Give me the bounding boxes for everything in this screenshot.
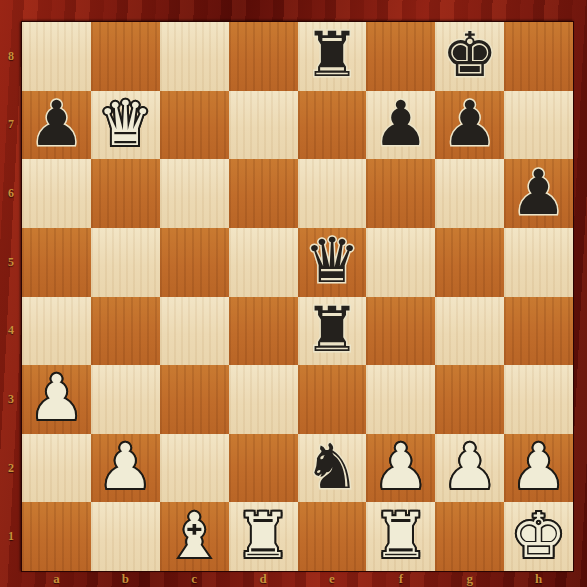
white-queen: ♛♛ [91,91,160,160]
square-e1[interactable] [298,502,367,571]
file-label-e: e [298,571,367,587]
square-f2[interactable]: ♟♟ [366,434,435,503]
square-h3[interactable] [504,365,573,434]
square-c6[interactable] [160,159,229,228]
square-b8[interactable] [91,22,160,91]
black-pawn: ♟♟ [22,91,91,160]
square-b4[interactable] [91,297,160,366]
square-e8[interactable]: ♜♜ [298,22,367,91]
square-e6[interactable] [298,159,367,228]
square-h4[interactable] [504,297,573,366]
square-b1[interactable] [91,502,160,571]
square-c5[interactable] [160,228,229,297]
square-c7[interactable] [160,91,229,160]
square-f7[interactable]: ♟♟ [366,91,435,160]
square-a7[interactable]: ♟♟ [22,91,91,160]
square-g4[interactable] [435,297,504,366]
black-rook: ♜♜ [298,297,367,366]
white-pawn: ♟♟ [22,365,91,434]
square-c3[interactable] [160,365,229,434]
chess-board-frame: 87654321 abcdefgh ♜♜♚♚♟♟♛♛♟♟♟♟♟♟♛♛♜♜♟♟♟♟… [0,0,587,587]
white-bishop: ♝♝ [160,502,229,571]
file-label-g: g [435,571,504,587]
file-label-b: b [91,571,160,587]
square-a2[interactable] [22,434,91,503]
square-g8[interactable]: ♚♚ [435,22,504,91]
white-pawn: ♟♟ [91,434,160,503]
black-pawn: ♟♟ [366,91,435,160]
square-h5[interactable] [504,228,573,297]
square-g1[interactable] [435,502,504,571]
square-a5[interactable] [22,228,91,297]
rank-label-8: 8 [0,22,22,91]
rank-label-2: 2 [0,434,22,503]
square-e3[interactable] [298,365,367,434]
rank-label-3: 3 [0,365,22,434]
square-e2[interactable]: ♞♞ [298,434,367,503]
square-f5[interactable] [366,228,435,297]
square-f6[interactable] [366,159,435,228]
black-king: ♚♚ [435,22,504,91]
black-pawn: ♟♟ [504,159,573,228]
square-b3[interactable] [91,365,160,434]
square-e4[interactable]: ♜♜ [298,297,367,366]
file-labels: abcdefgh [22,571,573,587]
square-f3[interactable] [366,365,435,434]
square-e7[interactable] [298,91,367,160]
square-d2[interactable] [229,434,298,503]
square-h2[interactable]: ♟♟ [504,434,573,503]
white-pawn: ♟♟ [435,434,504,503]
square-c1[interactable]: ♝♝ [160,502,229,571]
square-b2[interactable]: ♟♟ [91,434,160,503]
square-a1[interactable] [22,502,91,571]
white-king: ♚♚ [504,502,573,571]
square-f4[interactable] [366,297,435,366]
square-e5[interactable]: ♛♛ [298,228,367,297]
file-label-d: d [229,571,298,587]
square-h1[interactable]: ♚♚ [504,502,573,571]
black-pawn: ♟♟ [435,91,504,160]
square-g6[interactable] [435,159,504,228]
square-c8[interactable] [160,22,229,91]
square-a8[interactable] [22,22,91,91]
rank-label-1: 1 [0,502,22,571]
square-g3[interactable] [435,365,504,434]
square-d7[interactable] [229,91,298,160]
square-h8[interactable] [504,22,573,91]
square-h6[interactable]: ♟♟ [504,159,573,228]
rank-label-6: 6 [0,159,22,228]
white-pawn: ♟♟ [504,434,573,503]
black-rook: ♜♜ [298,22,367,91]
rank-label-4: 4 [0,297,22,366]
file-label-h: h [504,571,573,587]
white-rook: ♜♜ [366,502,435,571]
black-knight: ♞♞ [298,434,367,503]
square-f8[interactable] [366,22,435,91]
rank-label-7: 7 [0,91,22,160]
square-d6[interactable] [229,159,298,228]
square-a4[interactable] [22,297,91,366]
white-pawn: ♟♟ [366,434,435,503]
square-c4[interactable] [160,297,229,366]
square-d8[interactable] [229,22,298,91]
file-label-c: c [160,571,229,587]
square-g2[interactable]: ♟♟ [435,434,504,503]
square-d5[interactable] [229,228,298,297]
square-d1[interactable]: ♜♜ [229,502,298,571]
rank-labels: 87654321 [0,22,22,571]
square-a3[interactable]: ♟♟ [22,365,91,434]
white-rook: ♜♜ [229,502,298,571]
board: ♜♜♚♚♟♟♛♛♟♟♟♟♟♟♛♛♜♜♟♟♟♟♞♞♟♟♟♟♟♟♝♝♜♜♜♜♚♚ [22,22,573,571]
file-label-f: f [366,571,435,587]
square-d4[interactable] [229,297,298,366]
rank-label-5: 5 [0,228,22,297]
file-label-a: a [22,571,91,587]
square-g7[interactable]: ♟♟ [435,91,504,160]
square-a6[interactable] [22,159,91,228]
square-h7[interactable] [504,91,573,160]
square-b6[interactable] [91,159,160,228]
square-f1[interactable]: ♜♜ [366,502,435,571]
square-b7[interactable]: ♛♛ [91,91,160,160]
square-b5[interactable] [91,228,160,297]
square-c2[interactable] [160,434,229,503]
square-d3[interactable] [229,365,298,434]
black-queen: ♛♛ [298,228,367,297]
square-g5[interactable] [435,228,504,297]
